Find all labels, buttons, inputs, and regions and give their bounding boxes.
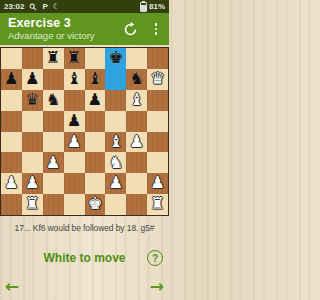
square-c7[interactable] — [43, 69, 64, 90]
square-d3[interactable] — [64, 152, 85, 173]
move-annotation: 17... Kf6 would be followed by 18. g5# — [0, 223, 169, 233]
clock-time: 23:02 — [4, 2, 24, 11]
next-move-button[interactable]: → — [150, 278, 164, 295]
square-e7[interactable]: ♝ — [85, 69, 106, 90]
square-f8[interactable]: ♚ — [105, 48, 126, 69]
search-icon — [29, 3, 37, 11]
square-d8[interactable]: ♜ — [64, 48, 85, 69]
square-a3[interactable] — [1, 152, 22, 173]
square-b7[interactable]: ♟ — [22, 69, 43, 90]
right-arrow-icon: → — [150, 276, 164, 296]
page-subtitle: Advantage or victory — [8, 31, 95, 42]
square-h5[interactable] — [147, 111, 168, 132]
square-e8[interactable] — [85, 48, 106, 69]
square-g4[interactable]: ♟ — [126, 132, 147, 153]
white-pawn: ♟ — [4, 175, 19, 192]
square-h7[interactable]: ♛ — [147, 69, 168, 90]
black-queen: ♛ — [25, 91, 40, 108]
square-b3[interactable] — [22, 152, 43, 173]
square-f5[interactable] — [105, 111, 126, 132]
battery-percent: 81% — [149, 2, 165, 11]
square-a1[interactable] — [1, 194, 22, 215]
chess-board: ♜♜♚♟♟♝♝♞♛♛♞♟♝♟♟♝♟♟♞♟♟♟♟♜♚♜ — [0, 47, 169, 216]
square-g2[interactable] — [126, 173, 147, 194]
question-mark-icon: ? — [152, 253, 158, 264]
square-e3[interactable] — [85, 152, 106, 173]
black-pawn: ♟ — [4, 71, 19, 88]
square-d7[interactable]: ♝ — [64, 69, 85, 90]
square-f2[interactable]: ♟ — [105, 173, 126, 194]
black-rook: ♜ — [67, 50, 82, 67]
white-rook: ♜ — [25, 196, 40, 213]
white-bishop: ♝ — [129, 91, 144, 108]
prev-move-button[interactable]: ← — [5, 278, 19, 295]
square-f3[interactable]: ♞ — [105, 152, 126, 173]
white-pawn: ♟ — [150, 175, 165, 192]
square-d2[interactable] — [64, 173, 85, 194]
square-a2[interactable]: ♟ — [1, 173, 22, 194]
square-h3[interactable] — [147, 152, 168, 173]
square-d5[interactable]: ♟ — [64, 111, 85, 132]
square-e4[interactable] — [85, 132, 106, 153]
square-d1[interactable] — [64, 194, 85, 215]
black-king: ♚ — [108, 50, 123, 67]
square-g1[interactable] — [126, 194, 147, 215]
square-h8[interactable] — [147, 48, 168, 69]
p-notification-icon: P — [42, 2, 47, 11]
square-c8[interactable]: ♜ — [43, 48, 64, 69]
white-rook: ♜ — [150, 196, 165, 213]
status-bar: 23:02 P ☾ 81% — [0, 0, 169, 13]
square-e6[interactable]: ♟ — [85, 90, 106, 111]
help-button[interactable]: ? — [147, 250, 163, 266]
refresh-icon — [123, 22, 138, 37]
white-pawn: ♟ — [108, 175, 123, 192]
white-pawn: ♟ — [129, 133, 144, 150]
turn-indicator-row: White to move ? — [0, 250, 169, 268]
black-pawn: ♟ — [25, 71, 40, 88]
square-a4[interactable] — [1, 132, 22, 153]
square-h6[interactable] — [147, 90, 168, 111]
white-pawn: ♟ — [46, 154, 61, 171]
square-b2[interactable]: ♟ — [22, 173, 43, 194]
square-f4[interactable]: ♝ — [105, 132, 126, 153]
square-e2[interactable] — [85, 173, 106, 194]
white-queen: ♛ — [150, 71, 165, 88]
square-f1[interactable] — [105, 194, 126, 215]
square-g5[interactable] — [126, 111, 147, 132]
square-a8[interactable] — [1, 48, 22, 69]
square-d6[interactable] — [64, 90, 85, 111]
black-bishop: ♝ — [88, 71, 103, 88]
turn-indicator: White to move — [0, 251, 169, 265]
black-pawn: ♟ — [67, 112, 82, 129]
white-pawn: ♟ — [25, 175, 40, 192]
refresh-button[interactable] — [119, 18, 141, 40]
square-c4[interactable] — [43, 132, 64, 153]
white-bishop: ♝ — [108, 133, 123, 150]
square-c6[interactable]: ♞ — [43, 90, 64, 111]
square-b1[interactable]: ♜ — [22, 194, 43, 215]
square-g7[interactable]: ♞ — [126, 69, 147, 90]
square-e1[interactable]: ♚ — [85, 194, 106, 215]
square-c1[interactable] — [43, 194, 64, 215]
square-a7[interactable]: ♟ — [1, 69, 22, 90]
square-g6[interactable]: ♝ — [126, 90, 147, 111]
square-h4[interactable] — [147, 132, 168, 153]
black-knight: ♞ — [46, 91, 61, 108]
square-g3[interactable] — [126, 152, 147, 173]
black-rook: ♜ — [46, 50, 61, 67]
overflow-menu-button[interactable] — [145, 18, 167, 40]
page-title: Exercise 3 — [8, 16, 95, 30]
square-b4[interactable] — [22, 132, 43, 153]
black-knight: ♞ — [129, 71, 144, 88]
overflow-menu-icon — [155, 23, 158, 35]
white-king: ♚ — [88, 196, 103, 213]
square-a6[interactable] — [1, 90, 22, 111]
square-f7[interactable] — [105, 69, 126, 90]
moon-icon: ☾ — [53, 2, 60, 11]
square-b6[interactable]: ♛ — [22, 90, 43, 111]
square-b5[interactable] — [22, 111, 43, 132]
black-bishop: ♝ — [67, 71, 82, 88]
square-e5[interactable] — [85, 111, 106, 132]
square-b8[interactable] — [22, 48, 43, 69]
square-g8[interactable] — [126, 48, 147, 69]
square-h2[interactable]: ♟ — [147, 173, 168, 194]
square-a5[interactable] — [1, 111, 22, 132]
square-f6[interactable] — [105, 90, 126, 111]
left-arrow-icon: ← — [5, 276, 19, 296]
square-c5[interactable] — [43, 111, 64, 132]
square-d4[interactable]: ♟ — [64, 132, 85, 153]
square-c3[interactable]: ♟ — [43, 152, 64, 173]
app-bar: Exercise 3 Advantage or victory — [0, 13, 169, 45]
black-pawn: ♟ — [88, 91, 103, 108]
battery-icon — [140, 2, 147, 12]
square-c2[interactable] — [43, 173, 64, 194]
white-pawn: ♟ — [67, 133, 82, 150]
white-knight: ♞ — [108, 154, 123, 171]
square-h1[interactable]: ♜ — [147, 194, 168, 215]
